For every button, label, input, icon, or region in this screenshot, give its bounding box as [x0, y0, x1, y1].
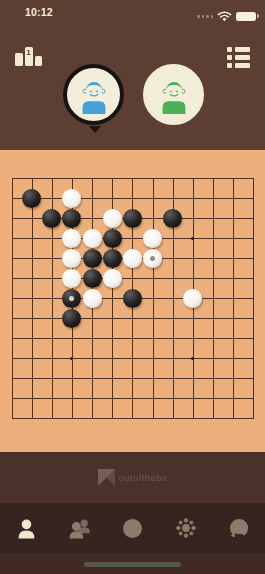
black-stone: ●	[83, 249, 102, 268]
star-point	[191, 237, 194, 240]
menu-button[interactable]	[227, 46, 250, 68]
podium-first-place-label: 1	[25, 47, 33, 66]
white-stone: ●	[103, 269, 122, 288]
brand-name: outofthebit	[119, 472, 168, 483]
status-bar: 10:12	[0, 0, 265, 28]
cellular-signal-icon	[197, 15, 213, 17]
board-grid: ●●●●●●●●●●●●●●●●●●●●●●●●	[12, 178, 255, 419]
black-stone: ●	[22, 189, 41, 208]
last-move-marker	[150, 256, 155, 261]
nav-online[interactable]	[106, 503, 159, 553]
nav-settings[interactable]	[159, 503, 212, 553]
black-stone: ●	[163, 209, 182, 228]
person-icon	[16, 518, 37, 539]
list-menu-icon	[227, 47, 250, 68]
white-stone: ●	[83, 229, 102, 248]
bottom-nav	[0, 503, 265, 553]
black-stone: ●	[62, 309, 81, 328]
app-screen: 10:12 1	[0, 0, 265, 574]
white-player-person-icon	[155, 76, 193, 114]
star-point	[191, 357, 194, 360]
nav-two-players[interactable]	[53, 503, 106, 553]
star-point	[70, 357, 73, 360]
black-stone: ●	[83, 269, 102, 288]
white-stone: ●	[62, 189, 81, 208]
bottom-safe-area	[0, 553, 265, 574]
black-stone: ●	[62, 209, 81, 228]
black-stone: ●	[123, 289, 142, 308]
brand-banner: outofthebit	[0, 452, 265, 503]
people-icon	[68, 518, 91, 539]
nav-single-player[interactable]	[0, 503, 53, 553]
white-stone: ●	[62, 229, 81, 248]
black-player-avatar[interactable]	[63, 64, 124, 125]
podium-icon: 1	[15, 47, 42, 66]
white-stone: ●	[62, 249, 81, 268]
go-board[interactable]: ●●●●●●●●●●●●●●●●●●●●●●●●	[0, 150, 265, 452]
white-stone: ●	[183, 289, 202, 308]
black-stone: ●	[103, 249, 122, 268]
clock: 10:12	[25, 6, 53, 18]
turn-indicator-triangle	[89, 126, 101, 133]
white-stone: ●	[143, 229, 162, 248]
globe-icon	[122, 518, 143, 539]
outofthebit-logo-icon	[98, 469, 115, 486]
nav-replay[interactable]	[212, 503, 265, 553]
black-stone: ●	[42, 209, 61, 228]
wifi-icon	[217, 11, 232, 22]
white-player-avatar[interactable]	[143, 64, 204, 125]
white-stone: ●	[103, 209, 122, 228]
battery-icon	[236, 12, 256, 22]
home-indicator[interactable]	[84, 562, 181, 567]
leaderboard-button[interactable]: 1	[15, 47, 42, 66]
white-stone: ●	[83, 289, 102, 308]
black-stone: ●	[103, 229, 122, 248]
gear-icon	[175, 517, 197, 539]
black-player-person-icon	[75, 76, 113, 114]
black-stone: ●	[123, 209, 142, 228]
white-stone: ●	[62, 269, 81, 288]
play-circle-icon	[228, 517, 250, 539]
white-stone: ●	[123, 249, 142, 268]
